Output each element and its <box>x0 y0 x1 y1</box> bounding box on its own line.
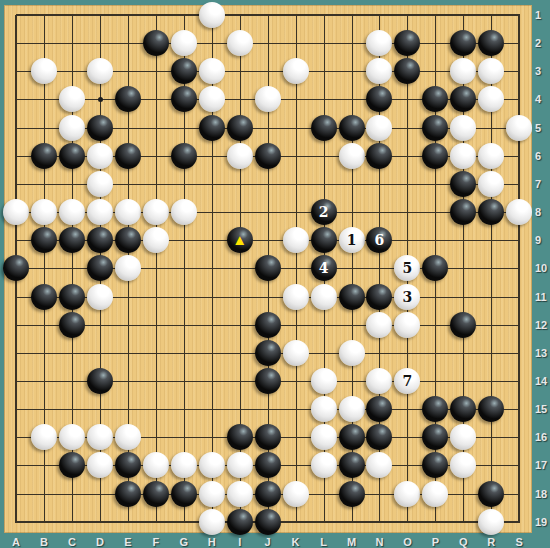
stone-black-J6[interactable] <box>255 143 281 169</box>
stone-white-M15[interactable] <box>339 396 365 422</box>
row-label-2: 2 <box>535 37 550 49</box>
stone-white-M13[interactable] <box>339 340 365 366</box>
stone-black-Q12[interactable] <box>450 312 476 338</box>
stone-white-C16[interactable] <box>59 424 85 450</box>
stone-black-I9[interactable]: ▲ <box>227 227 253 253</box>
move-number-7: 7 <box>403 374 413 388</box>
stone-white-R7[interactable] <box>478 171 504 197</box>
stone-black-J14[interactable] <box>255 368 281 394</box>
col-label-K: K <box>287 536 305 548</box>
stone-white-E16[interactable] <box>115 424 141 450</box>
stone-white-N14[interactable] <box>366 368 392 394</box>
stone-black-J12[interactable] <box>255 312 281 338</box>
stone-white-F17[interactable] <box>143 452 169 478</box>
stone-black-J13[interactable] <box>255 340 281 366</box>
move-number-5: 5 <box>403 261 413 275</box>
stone-black-Q4[interactable] <box>450 86 476 112</box>
col-label-A: A <box>7 536 25 548</box>
stone-white-L11[interactable] <box>311 284 337 310</box>
stone-white-G2[interactable] <box>171 30 197 56</box>
stone-black-N15[interactable] <box>366 396 392 422</box>
stone-black-L10[interactable]: 4 <box>311 255 337 281</box>
stone-white-I18[interactable] <box>227 481 253 507</box>
stone-white-Q6[interactable] <box>450 143 476 169</box>
stone-black-B6[interactable] <box>31 143 57 169</box>
row-label-19: 19 <box>535 516 550 528</box>
stone-black-C17[interactable] <box>59 452 85 478</box>
board-layer: 2▲164537ABCDEFGHIJKLMNOPQRS1234567891011… <box>0 0 550 548</box>
stone-white-D8[interactable] <box>87 199 113 225</box>
col-label-S: S <box>510 536 528 548</box>
stone-black-I16[interactable] <box>227 424 253 450</box>
stone-white-Q17[interactable] <box>450 452 476 478</box>
stone-black-N11[interactable] <box>366 284 392 310</box>
go-game-screenshot: { "game": "go", "board": { "size": 19, "… <box>0 0 550 548</box>
stone-black-P6[interactable] <box>422 143 448 169</box>
row-label-12: 12 <box>535 319 550 331</box>
stone-white-G17[interactable] <box>171 452 197 478</box>
stone-white-B16[interactable] <box>31 424 57 450</box>
stone-black-C6[interactable] <box>59 143 85 169</box>
stone-white-C8[interactable] <box>59 199 85 225</box>
stone-white-Q16[interactable] <box>450 424 476 450</box>
stone-white-O11[interactable]: 3 <box>394 284 420 310</box>
stone-black-O2[interactable] <box>394 30 420 56</box>
stone-white-D17[interactable] <box>87 452 113 478</box>
stone-black-E6[interactable] <box>115 143 141 169</box>
stone-white-R19[interactable] <box>478 509 504 535</box>
stone-black-D14[interactable] <box>87 368 113 394</box>
stone-black-I19[interactable] <box>227 509 253 535</box>
stone-white-M6[interactable] <box>339 143 365 169</box>
row-label-16: 16 <box>535 431 550 443</box>
stone-white-J4[interactable] <box>255 86 281 112</box>
stone-black-J10[interactable] <box>255 255 281 281</box>
stone-black-L9[interactable] <box>311 227 337 253</box>
move-number-3: 3 <box>403 290 413 304</box>
row-label-10: 10 <box>535 262 550 274</box>
stone-black-I5[interactable] <box>227 115 253 141</box>
stone-white-D16[interactable] <box>87 424 113 450</box>
row-label-11: 11 <box>535 291 550 303</box>
stone-black-P5[interactable] <box>422 115 448 141</box>
stone-black-G4[interactable] <box>171 86 197 112</box>
stone-black-E4[interactable] <box>115 86 141 112</box>
stone-black-P15[interactable] <box>422 396 448 422</box>
move-number-6: 6 <box>375 233 385 247</box>
stone-white-H3[interactable] <box>199 58 225 84</box>
stone-white-M9[interactable]: 1 <box>339 227 365 253</box>
stone-white-K13[interactable] <box>283 340 309 366</box>
stone-white-K18[interactable] <box>283 481 309 507</box>
stone-white-N3[interactable] <box>366 58 392 84</box>
stone-black-G6[interactable] <box>171 143 197 169</box>
stone-black-N6[interactable] <box>366 143 392 169</box>
stone-black-J17[interactable] <box>255 452 281 478</box>
stone-white-G8[interactable] <box>171 199 197 225</box>
stone-white-B8[interactable] <box>31 199 57 225</box>
stone-white-K3[interactable] <box>283 58 309 84</box>
stone-white-H18[interactable] <box>199 481 225 507</box>
stone-black-L5[interactable] <box>311 115 337 141</box>
stone-white-D3[interactable] <box>87 58 113 84</box>
stone-black-M5[interactable] <box>339 115 365 141</box>
stone-black-P17[interactable] <box>422 452 448 478</box>
stone-white-O18[interactable] <box>394 481 420 507</box>
stone-black-P16[interactable] <box>422 424 448 450</box>
triangle-mark-icon: ▲ <box>232 232 247 247</box>
stone-white-C5[interactable] <box>59 115 85 141</box>
stone-white-B3[interactable] <box>31 58 57 84</box>
row-label-13: 13 <box>535 347 550 359</box>
stone-black-R2[interactable] <box>478 30 504 56</box>
stone-white-Q5[interactable] <box>450 115 476 141</box>
col-label-F: F <box>147 536 165 548</box>
stone-white-O10[interactable]: 5 <box>394 255 420 281</box>
row-label-7: 7 <box>535 178 550 190</box>
stone-white-H17[interactable] <box>199 452 225 478</box>
stone-white-H4[interactable] <box>199 86 225 112</box>
stone-white-N2[interactable] <box>366 30 392 56</box>
stone-black-E17[interactable] <box>115 452 141 478</box>
col-label-D: D <box>91 536 109 548</box>
stone-white-I17[interactable] <box>227 452 253 478</box>
stone-white-D7[interactable] <box>87 171 113 197</box>
stone-black-R18[interactable] <box>478 481 504 507</box>
stone-black-P10[interactable] <box>422 255 448 281</box>
stone-black-Q7[interactable] <box>450 171 476 197</box>
stone-white-O12[interactable] <box>394 312 420 338</box>
stone-black-D10[interactable] <box>87 255 113 281</box>
move-number-1: 1 <box>347 233 357 247</box>
stone-white-A8[interactable] <box>3 199 29 225</box>
stone-white-R4[interactable] <box>478 86 504 112</box>
stone-black-L8[interactable]: 2 <box>311 199 337 225</box>
col-label-Q: Q <box>454 536 472 548</box>
col-label-P: P <box>426 536 444 548</box>
stone-black-Q15[interactable] <box>450 396 476 422</box>
stone-black-Q2[interactable] <box>450 30 476 56</box>
stone-white-N5[interactable] <box>366 115 392 141</box>
grid-vline <box>518 15 520 523</box>
star-point <box>98 97 103 102</box>
row-label-8: 8 <box>535 206 550 218</box>
stone-white-N12[interactable] <box>366 312 392 338</box>
stone-black-E18[interactable] <box>115 481 141 507</box>
stone-white-L17[interactable] <box>311 452 337 478</box>
stone-black-J16[interactable] <box>255 424 281 450</box>
stone-white-I2[interactable] <box>227 30 253 56</box>
stone-black-N16[interactable] <box>366 424 392 450</box>
stone-white-Q3[interactable] <box>450 58 476 84</box>
row-label-5: 5 <box>535 122 550 134</box>
row-label-17: 17 <box>535 459 550 471</box>
stone-white-D11[interactable] <box>87 284 113 310</box>
col-label-N: N <box>370 536 388 548</box>
stone-white-P18[interactable] <box>422 481 448 507</box>
stone-black-N9[interactable]: 6 <box>366 227 392 253</box>
stone-black-N4[interactable] <box>366 86 392 112</box>
row-label-9: 9 <box>535 234 550 246</box>
stone-black-F18[interactable] <box>143 481 169 507</box>
stone-black-B11[interactable] <box>31 284 57 310</box>
stone-white-O14[interactable]: 7 <box>394 368 420 394</box>
stone-white-R3[interactable] <box>478 58 504 84</box>
stone-white-L16[interactable] <box>311 424 337 450</box>
stone-black-J18[interactable] <box>255 481 281 507</box>
stone-black-C9[interactable] <box>59 227 85 253</box>
stone-white-K11[interactable] <box>283 284 309 310</box>
stone-white-S5[interactable] <box>506 115 532 141</box>
grid-vline <box>296 15 297 523</box>
col-label-R: R <box>482 536 500 548</box>
stone-black-O3[interactable] <box>394 58 420 84</box>
col-label-B: B <box>35 536 53 548</box>
stone-black-B9[interactable] <box>31 227 57 253</box>
stone-white-D6[interactable] <box>87 143 113 169</box>
stone-black-R8[interactable] <box>478 199 504 225</box>
stone-black-E9[interactable] <box>115 227 141 253</box>
stone-white-L14[interactable] <box>311 368 337 394</box>
row-label-6: 6 <box>535 150 550 162</box>
row-label-15: 15 <box>535 403 550 415</box>
stone-white-H1[interactable] <box>199 2 225 28</box>
row-label-1: 1 <box>535 9 550 21</box>
stone-white-I6[interactable] <box>227 143 253 169</box>
stone-white-L15[interactable] <box>311 396 337 422</box>
move-number-2: 2 <box>319 205 329 219</box>
move-number-4: 4 <box>319 261 329 275</box>
stone-black-D5[interactable] <box>87 115 113 141</box>
stone-black-A10[interactable] <box>3 255 29 281</box>
stone-white-N17[interactable] <box>366 452 392 478</box>
col-label-C: C <box>63 536 81 548</box>
stone-black-M17[interactable] <box>339 452 365 478</box>
stone-black-C12[interactable] <box>59 312 85 338</box>
row-label-4: 4 <box>535 93 550 105</box>
stone-white-S8[interactable] <box>506 199 532 225</box>
stone-black-M18[interactable] <box>339 481 365 507</box>
col-label-J: J <box>259 536 277 548</box>
col-label-E: E <box>119 536 137 548</box>
stone-black-F2[interactable] <box>143 30 169 56</box>
stone-white-E8[interactable] <box>115 199 141 225</box>
stone-black-M11[interactable] <box>339 284 365 310</box>
stone-white-K9[interactable] <box>283 227 309 253</box>
row-label-18: 18 <box>535 488 550 500</box>
stone-black-M16[interactable] <box>339 424 365 450</box>
col-label-O: O <box>398 536 416 548</box>
col-label-I: I <box>231 536 249 548</box>
stone-black-P4[interactable] <box>422 86 448 112</box>
row-label-3: 3 <box>535 65 550 77</box>
stone-black-D9[interactable] <box>87 227 113 253</box>
stone-white-E10[interactable] <box>115 255 141 281</box>
stone-black-H5[interactable] <box>199 115 225 141</box>
stone-black-R15[interactable] <box>478 396 504 422</box>
stone-black-C11[interactable] <box>59 284 85 310</box>
col-label-H: H <box>203 536 221 548</box>
stone-black-G3[interactable] <box>171 58 197 84</box>
stone-black-G18[interactable] <box>171 481 197 507</box>
col-label-M: M <box>343 536 361 548</box>
stone-black-Q8[interactable] <box>450 199 476 225</box>
col-label-G: G <box>175 536 193 548</box>
stone-white-F8[interactable] <box>143 199 169 225</box>
stone-white-H19[interactable] <box>199 509 225 535</box>
stone-white-R6[interactable] <box>478 143 504 169</box>
stone-white-C4[interactable] <box>59 86 85 112</box>
stone-white-F9[interactable] <box>143 227 169 253</box>
row-label-14: 14 <box>535 375 550 387</box>
col-label-L: L <box>315 536 333 548</box>
stone-black-J19[interactable] <box>255 509 281 535</box>
